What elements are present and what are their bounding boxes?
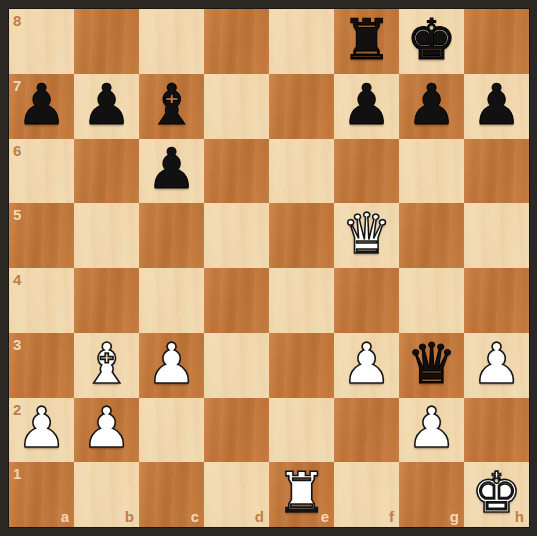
white-pawn-c3[interactable]: ♟ [146,333,196,396]
square-b2[interactable]: ♟ [74,398,139,463]
square-b3[interactable]: ♝ [74,333,139,398]
square-c5[interactable] [139,203,204,268]
white-pawn-f3[interactable]: ♟ [341,333,391,396]
square-e1[interactable]: e♜ [269,462,334,527]
square-a2[interactable]: 2♟ [9,398,74,463]
square-d8[interactable] [204,9,269,74]
rank-label-8: 8 [13,13,21,28]
chess-board: 8♜♚7♟♟♝♟♟♟6♟5♛43♝♟♟♛♟2♟♟♟1abcde♜fgh♚ [9,9,529,527]
square-g5[interactable] [399,203,464,268]
white-pawn-b2[interactable]: ♟ [81,398,131,461]
square-f6[interactable] [334,139,399,204]
white-king-h1[interactable]: ♚ [471,462,521,525]
square-a4[interactable]: 4 [9,268,74,333]
square-h1[interactable]: h♚ [464,462,529,527]
square-a7[interactable]: 7♟ [9,74,74,139]
square-f4[interactable] [334,268,399,333]
square-d4[interactable] [204,268,269,333]
square-h6[interactable] [464,139,529,204]
square-e3[interactable] [269,333,334,398]
square-h7[interactable]: ♟ [464,74,529,139]
black-pawn-h7[interactable]: ♟ [471,74,521,137]
rank-label-6: 6 [13,143,21,158]
rank-label-1: 1 [13,466,21,481]
square-c4[interactable] [139,268,204,333]
square-c2[interactable] [139,398,204,463]
rank-label-5: 5 [13,207,21,222]
white-pawn-a2[interactable]: ♟ [16,398,66,461]
square-g3[interactable]: ♛ [399,333,464,398]
square-e5[interactable] [269,203,334,268]
square-g6[interactable] [399,139,464,204]
square-d1[interactable]: d [204,462,269,527]
square-a6[interactable]: 6 [9,139,74,204]
file-label-g: g [450,509,459,524]
square-b5[interactable] [74,203,139,268]
square-g8[interactable]: ♚ [399,9,464,74]
black-bishop-c7[interactable]: ♝ [146,74,196,137]
black-rook-f8[interactable]: ♜ [341,9,391,72]
square-d7[interactable] [204,74,269,139]
square-g4[interactable] [399,268,464,333]
white-rook-e1[interactable]: ♜ [276,462,326,525]
square-d6[interactable] [204,139,269,204]
square-d2[interactable] [204,398,269,463]
black-pawn-b7[interactable]: ♟ [81,74,131,137]
square-a8[interactable]: 8 [9,9,74,74]
white-bishop-b3[interactable]: ♝ [81,333,131,396]
square-a5[interactable]: 5 [9,203,74,268]
square-b6[interactable] [74,139,139,204]
square-f1[interactable]: f [334,462,399,527]
square-f8[interactable]: ♜ [334,9,399,74]
square-e2[interactable] [269,398,334,463]
square-f7[interactable]: ♟ [334,74,399,139]
square-f2[interactable] [334,398,399,463]
black-pawn-g7[interactable]: ♟ [406,74,456,137]
white-pawn-h3[interactable]: ♟ [471,333,521,396]
square-e8[interactable] [269,9,334,74]
square-h8[interactable] [464,9,529,74]
black-pawn-f7[interactable]: ♟ [341,74,391,137]
square-h2[interactable] [464,398,529,463]
square-a1[interactable]: 1a [9,462,74,527]
square-c6[interactable]: ♟ [139,139,204,204]
square-b8[interactable] [74,9,139,74]
square-e4[interactable] [269,268,334,333]
square-c8[interactable] [139,9,204,74]
square-d5[interactable] [204,203,269,268]
square-e6[interactable] [269,139,334,204]
rank-label-3: 3 [13,337,21,352]
square-e7[interactable] [269,74,334,139]
square-h5[interactable] [464,203,529,268]
square-g2[interactable]: ♟ [399,398,464,463]
black-queen-g3[interactable]: ♛ [406,333,456,396]
file-label-f: f [389,509,394,524]
square-a3[interactable]: 3 [9,333,74,398]
white-queen-f5[interactable]: ♛ [341,203,391,266]
square-c1[interactable]: c [139,462,204,527]
file-label-b: b [125,509,134,524]
file-label-c: c [191,509,199,524]
square-h3[interactable]: ♟ [464,333,529,398]
chess-app-background: { "game": "chess", "position": { "fen": … [0,0,537,536]
rank-label-4: 4 [13,272,21,287]
square-c7[interactable]: ♝ [139,74,204,139]
square-f5[interactable]: ♛ [334,203,399,268]
square-b7[interactable]: ♟ [74,74,139,139]
file-label-a: a [61,509,69,524]
square-c3[interactable]: ♟ [139,333,204,398]
square-b4[interactable] [74,268,139,333]
square-b1[interactable]: b [74,462,139,527]
square-h4[interactable] [464,268,529,333]
square-d3[interactable] [204,333,269,398]
white-pawn-g2[interactable]: ♟ [406,398,456,461]
black-pawn-c6[interactable]: ♟ [146,139,196,202]
square-f3[interactable]: ♟ [334,333,399,398]
black-king-g8[interactable]: ♚ [406,9,456,72]
black-pawn-a7[interactable]: ♟ [16,74,66,137]
square-g1[interactable]: g [399,462,464,527]
file-label-d: d [255,509,264,524]
square-g7[interactable]: ♟ [399,74,464,139]
